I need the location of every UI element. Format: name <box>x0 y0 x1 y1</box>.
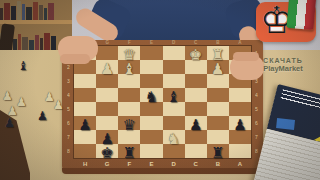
piece-black-pawn: ♟ <box>78 118 91 133</box>
captured-black-bishop: ♝ <box>18 60 29 72</box>
board-square <box>140 144 162 158</box>
board-square: ♚ <box>96 144 118 158</box>
coordinate-label: 4 <box>252 88 261 102</box>
board-square <box>185 102 207 116</box>
video-frame: HGFEDCBA ♛♚♜♟♝♟♞♝♟♛♟♟♟♞♚♜♜ 12345678 1234… <box>0 0 320 180</box>
board-square <box>74 102 96 116</box>
board-square <box>96 102 118 116</box>
board-square <box>118 102 140 116</box>
piece-black-bishop: ♝ <box>167 90 180 105</box>
coordinate-label: 7 <box>252 130 261 144</box>
board-square: ♜ <box>118 144 140 158</box>
board-square: ♝ <box>163 88 185 102</box>
board-square <box>229 88 251 102</box>
coordinate-label: 5 <box>252 102 261 116</box>
italian-flag-icon <box>286 0 316 30</box>
board-square <box>185 144 207 158</box>
board-square <box>140 116 162 130</box>
board-square: ♟ <box>185 116 207 130</box>
piece-black-king: ♚ <box>100 146 113 161</box>
board-square <box>140 74 162 88</box>
board-square <box>74 74 96 88</box>
captured-white-pawn: ♟ <box>53 99 64 111</box>
board-square <box>207 88 229 102</box>
board-square: ♟ <box>74 116 96 130</box>
board-square <box>74 88 96 102</box>
captured-black-pawn: ♟ <box>4 117 15 129</box>
board-square <box>96 46 118 60</box>
board-square <box>163 74 185 88</box>
board-square: ♟ <box>96 130 118 144</box>
book-cover-blue-accent <box>276 118 295 130</box>
board-square: ♛ <box>118 46 140 60</box>
board-square: ♟ <box>229 116 251 130</box>
board-square <box>140 130 162 144</box>
board-square <box>207 116 229 130</box>
piece-white-king: ♚ <box>189 48 202 63</box>
piece-white-pawn: ♟ <box>100 62 113 77</box>
piece-black-queen: ♛ <box>123 118 136 133</box>
board-square <box>96 88 118 102</box>
board-square: ♝ <box>118 60 140 74</box>
board-square: ♟ <box>207 60 229 74</box>
promo-line-1: СКАЧАТЬ <box>246 57 320 64</box>
board-square <box>207 102 229 116</box>
board-square <box>140 46 162 60</box>
player-left-hand <box>58 36 98 61</box>
coordinate-label: 6 <box>252 116 261 130</box>
board-square <box>163 60 185 74</box>
promo-line-2: PlayMarket <box>246 64 320 73</box>
board-square <box>163 46 185 60</box>
piece-white-bishop: ♝ <box>123 62 136 77</box>
piece-black-pawn: ♟ <box>189 118 202 133</box>
board-square: ♜ <box>207 46 229 60</box>
board-side-edge <box>62 168 263 174</box>
piece-black-pawn: ♟ <box>233 118 246 133</box>
board-square <box>207 130 229 144</box>
board-square <box>185 88 207 102</box>
board-square: ♛ <box>118 116 140 130</box>
board-square <box>229 102 251 116</box>
board-squares: ♛♚♜♟♝♟♞♝♟♛♟♟♟♞♚♜♜ <box>74 46 251 158</box>
board-square <box>74 144 96 158</box>
board-square <box>140 60 162 74</box>
download-promo[interactable]: СКАЧАТЬ PlayMarket <box>246 57 320 73</box>
board-square: ♜ <box>207 144 229 158</box>
captured-black-pawn: ♟ <box>37 110 48 122</box>
book-cover-text-lines <box>280 89 320 113</box>
captured-pieces-area: ♝♟♟♟♟♟♟♟ <box>0 0 70 180</box>
board-square <box>96 116 118 130</box>
captured-white-pawn: ♟ <box>2 90 13 102</box>
board-square: ♚ <box>185 46 207 60</box>
piece-black-knight: ♞ <box>145 90 158 105</box>
board-square: ♟ <box>96 60 118 74</box>
board-square <box>118 88 140 102</box>
board-square: ♞ <box>163 130 185 144</box>
piece-black-rook: ♜ <box>123 146 136 161</box>
piece-black-rook: ♜ <box>211 146 224 161</box>
board-square <box>163 116 185 130</box>
board-square <box>229 144 251 158</box>
board-square <box>185 74 207 88</box>
piece-white-knight: ♞ <box>167 132 180 147</box>
board-square: ♞ <box>140 88 162 102</box>
piece-white-pawn: ♟ <box>211 62 224 77</box>
